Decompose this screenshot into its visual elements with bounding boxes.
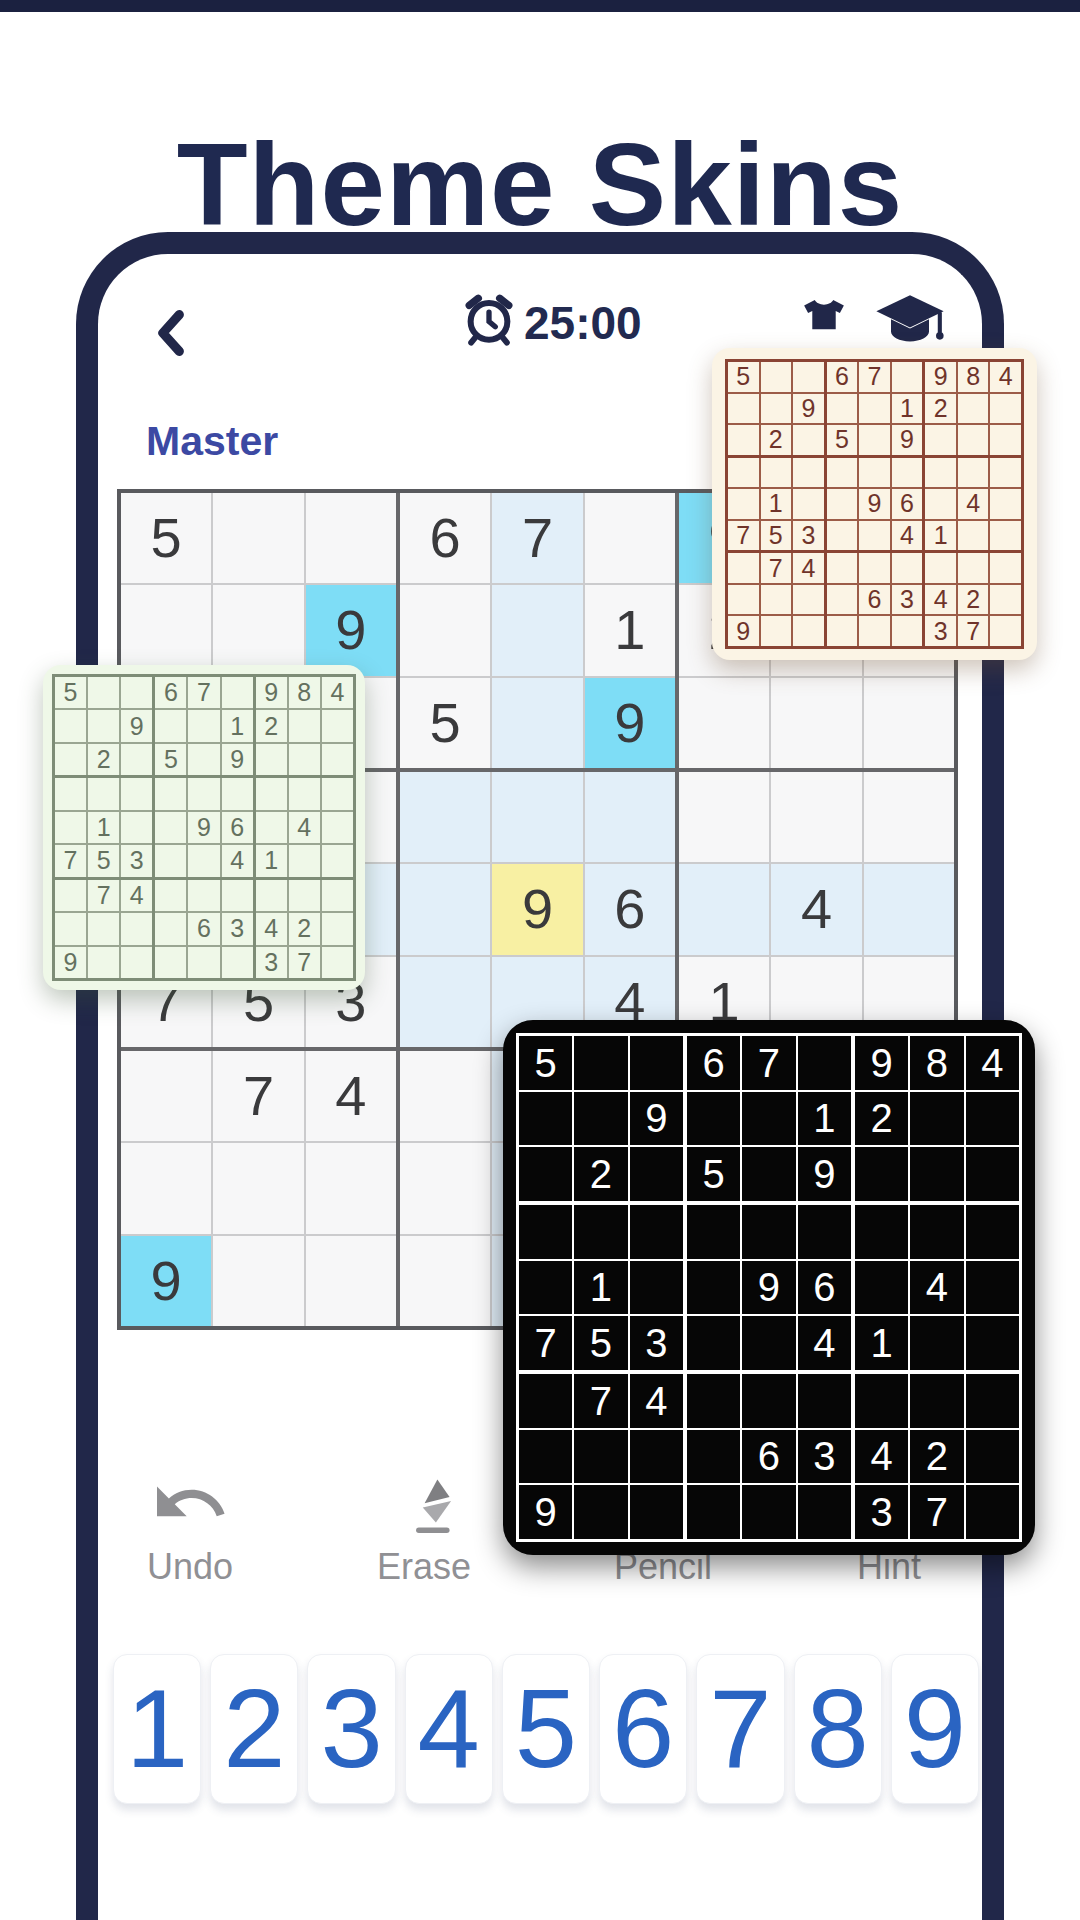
- sudoku-block: 41: [679, 772, 954, 1047]
- cell-r5c3: [121, 812, 152, 843]
- theme-card-green: 592671599842175396441749634237: [43, 665, 365, 990]
- cell-r8c1: [519, 1430, 572, 1484]
- cell-r3c3: [793, 425, 824, 455]
- cell-r6c2: 5: [88, 845, 119, 876]
- cell-r4c8: [958, 458, 989, 488]
- sudoku-block: 41: [256, 778, 353, 876]
- cell-r4c4: [687, 1205, 740, 1259]
- cell-r2c9: [966, 1092, 1019, 1146]
- cell-r8c5: 6: [742, 1430, 795, 1484]
- cell-r2c3: 9: [121, 710, 152, 741]
- cell-r7c9: [966, 1374, 1019, 1428]
- alarm-clock-icon: [460, 290, 518, 348]
- cell-r7c6: [798, 1374, 851, 1428]
- cell-r9c8: 7: [958, 616, 989, 646]
- cell-r8c5: 6: [188, 913, 219, 944]
- cell-r3c7: [925, 425, 956, 455]
- cell-r2c7: 2: [855, 1092, 908, 1146]
- cell-r6c7: 1: [855, 1316, 908, 1370]
- cell-r5c6: 6: [798, 1261, 851, 1315]
- cell-r4c7[interactable]: [679, 772, 769, 862]
- cell-r7c4: [155, 880, 186, 911]
- cell-r2c1: [55, 710, 86, 741]
- cell-r5c1: [55, 812, 86, 843]
- cell-r3c7[interactable]: [679, 678, 769, 768]
- sudoku-block: 1753: [728, 458, 824, 551]
- cell-r5c5[interactable]: 9: [492, 864, 582, 954]
- cell-r5c2: 1: [88, 812, 119, 843]
- cell-r7c6: [892, 553, 923, 583]
- erase-button[interactable]: Erase: [339, 1448, 509, 1588]
- cell-r5c7: [925, 489, 956, 519]
- cell-r7c2: 7: [88, 880, 119, 911]
- cell-r4c8[interactable]: [771, 772, 861, 862]
- cell-r1c4: 6: [155, 677, 186, 708]
- cell-r5c9: [966, 1261, 1019, 1315]
- cell-r9c1: 9: [728, 616, 759, 646]
- sudoku-block: 9842: [925, 362, 1021, 455]
- cell-r5c6: 6: [892, 489, 923, 519]
- erase-label: Erase: [377, 1546, 471, 1588]
- cell-r4c7: [256, 778, 287, 809]
- cell-r8c4: [687, 1430, 740, 1484]
- cell-r1c9: 4: [322, 677, 353, 708]
- cell-r2c2[interactable]: [213, 585, 303, 675]
- cell-r9c3[interactable]: [306, 1236, 396, 1326]
- cell-r5c9: [990, 489, 1021, 519]
- cell-r7c2[interactable]: 7: [213, 1051, 303, 1141]
- cell-r1c1[interactable]: 5: [121, 493, 211, 583]
- cell-r3c9[interactable]: [864, 678, 954, 768]
- cell-r6c5: [188, 845, 219, 876]
- cell-r1c1: 5: [55, 677, 86, 708]
- cell-r5c4: [687, 1261, 740, 1315]
- cell-r8c2: [574, 1430, 627, 1484]
- cell-r3c5[interactable]: [492, 678, 582, 768]
- cell-r6c2: 5: [574, 1316, 627, 1370]
- numpad-key-5[interactable]: 5: [502, 1654, 590, 1804]
- cell-r6c4[interactable]: [400, 957, 490, 1047]
- cell-r5c8: 4: [289, 812, 320, 843]
- sudoku-block: 964: [827, 458, 923, 551]
- cell-r4c1: [728, 458, 759, 488]
- cell-r9c1: 9: [55, 947, 86, 978]
- cell-r8c6: 3: [222, 913, 253, 944]
- cell-r7c7: [925, 553, 956, 583]
- numpad-key-2[interactable]: 2: [210, 1654, 298, 1804]
- cell-r9c2: [761, 616, 792, 646]
- cell-r4c6[interactable]: [585, 772, 675, 862]
- cell-r4c6: [892, 458, 923, 488]
- cell-r2c1: [519, 1092, 572, 1146]
- cell-r6c6: 4: [798, 1316, 851, 1370]
- sudoku-block: 4237: [855, 1374, 1019, 1539]
- cell-r7c4: [827, 553, 858, 583]
- cell-r2c9: [322, 710, 353, 741]
- cell-r6c3: 3: [630, 1316, 683, 1370]
- undo-button[interactable]: Undo: [105, 1448, 275, 1588]
- cell-r8c3[interactable]: [306, 1143, 396, 1233]
- cell-r9c2[interactable]: [213, 1236, 303, 1326]
- cell-r2c6: 1: [798, 1092, 851, 1146]
- cell-r3c8: [910, 1147, 963, 1201]
- cell-r3c3: [121, 744, 152, 775]
- cell-r2c5: [188, 710, 219, 741]
- cell-r6c8: [289, 845, 320, 876]
- cell-r2c5: [742, 1092, 795, 1146]
- cell-r1c8: 8: [289, 677, 320, 708]
- cell-r1c4[interactable]: 6: [400, 493, 490, 583]
- cell-r4c5[interactable]: [492, 772, 582, 862]
- back-button[interactable]: [150, 306, 194, 360]
- cell-r5c1: [728, 489, 759, 519]
- cell-r2c5: [859, 394, 890, 424]
- cell-r6c4: [827, 521, 858, 551]
- cell-r1c6: [798, 1036, 851, 1090]
- cell-r6c4: [687, 1316, 740, 1370]
- cell-r4c9: [966, 1205, 1019, 1259]
- cell-r3c8: [289, 744, 320, 775]
- sudoku-block: 749: [519, 1374, 683, 1539]
- cell-r4c3: [630, 1205, 683, 1259]
- cell-r1c5[interactable]: 7: [492, 493, 582, 583]
- cell-r1c3: [121, 677, 152, 708]
- cell-r4c1: [55, 778, 86, 809]
- cell-r2c2: [761, 394, 792, 424]
- timer: [460, 290, 518, 348]
- shirt-icon: [798, 298, 850, 344]
- cell-r3c1: [728, 425, 759, 455]
- cell-r9c5: [188, 947, 219, 978]
- cell-r3c6[interactable]: 9: [585, 678, 675, 768]
- sudoku-block: 592: [55, 677, 152, 775]
- cell-r7c1: [55, 880, 86, 911]
- cell-r5c9: [322, 812, 353, 843]
- cell-r1c9: 4: [966, 1036, 1019, 1090]
- cell-r6c5: [742, 1316, 795, 1370]
- cell-r1c3[interactable]: [306, 493, 396, 583]
- cell-r9c1[interactable]: 9: [121, 1236, 211, 1326]
- numpad-key-9[interactable]: 9: [891, 1654, 979, 1804]
- numpad-key-3[interactable]: 3: [307, 1654, 395, 1804]
- cell-r2c5[interactable]: [492, 585, 582, 675]
- cell-r3c5: [742, 1147, 795, 1201]
- cell-r8c1[interactable]: [121, 1143, 211, 1233]
- cell-r2c1[interactable]: [121, 585, 211, 675]
- cell-r7c1: [728, 553, 759, 583]
- graduation-cap-icon: [872, 292, 948, 354]
- sudoku-block: 63: [155, 880, 252, 978]
- cell-r5c3: [630, 1261, 683, 1315]
- cell-r8c6: 3: [892, 585, 923, 615]
- cell-r3c2: 2: [574, 1147, 627, 1201]
- cell-r9c3: [121, 947, 152, 978]
- cell-r5c8[interactable]: 4: [771, 864, 861, 954]
- cell-r9c8: 7: [289, 947, 320, 978]
- cell-r8c6: 3: [798, 1430, 851, 1484]
- cell-r8c3: [630, 1430, 683, 1484]
- cell-r8c8: 2: [958, 585, 989, 615]
- cell-r1c7: 9: [925, 362, 956, 392]
- cell-r5c4[interactable]: [400, 864, 490, 954]
- cell-r3c4: 5: [155, 744, 186, 775]
- cell-r8c2: [88, 913, 119, 944]
- cell-r1c2: [88, 677, 119, 708]
- cell-r2c3: 9: [630, 1092, 683, 1146]
- cell-r4c5: [188, 778, 219, 809]
- cell-r7c1: [519, 1374, 572, 1428]
- cell-r9c4: [155, 947, 186, 978]
- cell-r7c3[interactable]: 4: [306, 1051, 396, 1141]
- cell-r7c3: 4: [121, 880, 152, 911]
- page-title: Theme Skins: [0, 122, 1080, 250]
- cell-r1c4: 6: [687, 1036, 740, 1090]
- sudoku-board-green-skin: 592671599842175396441749634237: [52, 674, 356, 981]
- cell-r8c9: [990, 585, 1021, 615]
- cell-r5c6[interactable]: 6: [585, 864, 675, 954]
- cell-r7c4[interactable]: [400, 1051, 490, 1141]
- cell-r7c4: [687, 1374, 740, 1428]
- cell-r9c4: [827, 616, 858, 646]
- cell-r6c6: 4: [892, 521, 923, 551]
- sudoku-block: 1753: [55, 778, 152, 876]
- cell-r2c7: 2: [256, 710, 287, 741]
- numpad-key-7[interactable]: 7: [696, 1654, 784, 1804]
- cell-r6c9: [322, 845, 353, 876]
- cell-r3c8[interactable]: [771, 678, 861, 768]
- sudoku-block: 9842: [855, 1036, 1019, 1201]
- sudoku-block: 592: [728, 362, 824, 455]
- cell-r3c9: [966, 1147, 1019, 1201]
- cell-r5c7: [855, 1261, 908, 1315]
- cell-r1c9: 4: [990, 362, 1021, 392]
- cell-r2c3[interactable]: 9: [306, 585, 396, 675]
- cell-r9c2: [88, 947, 119, 978]
- cell-r2c2: [574, 1092, 627, 1146]
- cell-r4c2: [761, 458, 792, 488]
- cell-r6c1: 7: [728, 521, 759, 551]
- numpad-key-8[interactable]: 8: [794, 1654, 882, 1804]
- cell-r1c8: 8: [958, 362, 989, 392]
- cell-r8c4[interactable]: [400, 1143, 490, 1233]
- cell-r7c8: [958, 553, 989, 583]
- cell-r7c1[interactable]: [121, 1051, 211, 1141]
- cell-r4c3: [121, 778, 152, 809]
- cell-r1c7: 9: [256, 677, 287, 708]
- sudoku-block: 592: [519, 1036, 683, 1201]
- cell-r6c3: 3: [121, 845, 152, 876]
- cell-r4c7: [925, 458, 956, 488]
- cell-r5c9[interactable]: [864, 864, 954, 954]
- cell-r8c4: [155, 913, 186, 944]
- cell-r1c2: [761, 362, 792, 392]
- cell-r6c5: [859, 521, 890, 551]
- cell-r5c7: [256, 812, 287, 843]
- cell-r5c2: 1: [761, 489, 792, 519]
- sudoku-block: 63: [827, 553, 923, 646]
- cell-r1c2: [574, 1036, 627, 1090]
- cell-r2c6[interactable]: 1: [585, 585, 675, 675]
- cell-r7c2: 7: [574, 1374, 627, 1428]
- cell-r9c6: [222, 947, 253, 978]
- cell-r3c5: [859, 425, 890, 455]
- cell-r8c2: [761, 585, 792, 615]
- cell-r9c7: 3: [925, 616, 956, 646]
- cell-r4c7: [855, 1205, 908, 1259]
- sudoku-board-sepia-skin: 592671599842175396441749634237: [725, 359, 1024, 649]
- cell-r9c5: [742, 1485, 795, 1539]
- numpad-key-1[interactable]: 1: [113, 1654, 201, 1804]
- cell-r3c2: 2: [761, 425, 792, 455]
- cell-r7c9: [322, 880, 353, 911]
- cell-r7c3: 4: [793, 553, 824, 583]
- cell-r3c6: 9: [222, 744, 253, 775]
- cell-r1c7: 9: [855, 1036, 908, 1090]
- cell-r8c8: 2: [289, 913, 320, 944]
- cell-r3c1: [55, 744, 86, 775]
- cell-r9c6: [892, 616, 923, 646]
- cell-r2c4[interactable]: [400, 585, 490, 675]
- back-icon: [150, 306, 194, 360]
- cell-r6c1: 7: [55, 845, 86, 876]
- cell-r3c7: [256, 744, 287, 775]
- cell-r9c9: [322, 947, 353, 978]
- cell-r7c5: [859, 553, 890, 583]
- cell-r4c4[interactable]: [400, 772, 490, 862]
- cell-r9c4: [687, 1485, 740, 1539]
- cell-r8c9: [966, 1430, 1019, 1484]
- cell-r1c2[interactable]: [213, 493, 303, 583]
- cell-r8c1: [55, 913, 86, 944]
- cell-r3c4[interactable]: 5: [400, 678, 490, 768]
- cell-r6c9: [966, 1316, 1019, 1370]
- theme-card-sepia: 592671599842175396441749634237: [712, 348, 1037, 660]
- cell-r9c3: [630, 1485, 683, 1539]
- sudoku-block: 964: [687, 1205, 851, 1370]
- cell-r4c4: [155, 778, 186, 809]
- cell-r6c8: [910, 1316, 963, 1370]
- difficulty-label: Master: [146, 418, 278, 465]
- cell-r5c8: 4: [958, 489, 989, 519]
- cell-r7c7: [256, 880, 287, 911]
- cell-r2c8: [958, 394, 989, 424]
- theme-skins-button[interactable]: [798, 298, 850, 344]
- cell-r9c7: 3: [256, 947, 287, 978]
- cell-r6c9: [990, 521, 1021, 551]
- cell-r5c4: [827, 489, 858, 519]
- cell-r3c1: [519, 1147, 572, 1201]
- cell-r7c7: [855, 1374, 908, 1428]
- eraser-icon: [387, 1466, 461, 1536]
- cell-r1c6: [222, 677, 253, 708]
- sudoku-block: 67159: [155, 677, 252, 775]
- cell-r4c2: [574, 1205, 627, 1259]
- cell-r4c8: [910, 1205, 963, 1259]
- cell-r1c8: 8: [910, 1036, 963, 1090]
- cell-r5c7[interactable]: [679, 864, 769, 954]
- cell-r2c8: [289, 710, 320, 741]
- cell-r3c6: 9: [798, 1147, 851, 1201]
- undo-label: Undo: [147, 1546, 233, 1588]
- sudoku-block: 4237: [256, 880, 353, 978]
- cell-r2c4: [827, 394, 858, 424]
- sudoku-block: 749: [728, 553, 824, 646]
- numpad-key-4[interactable]: 4: [405, 1654, 493, 1804]
- cell-r4c6: [798, 1205, 851, 1259]
- cell-r1c5: 7: [742, 1036, 795, 1090]
- cell-r9c3: [793, 616, 824, 646]
- cell-r8c2[interactable]: [213, 1143, 303, 1233]
- cell-r4c5: [742, 1205, 795, 1259]
- cell-r5c2: 1: [574, 1261, 627, 1315]
- cell-r1c3: [793, 362, 824, 392]
- cell-r4c2: [88, 778, 119, 809]
- sudoku-block: 964: [155, 778, 252, 876]
- learning-button[interactable]: [872, 292, 948, 354]
- cell-r3c7: [855, 1147, 908, 1201]
- cell-r7c5: [742, 1374, 795, 1428]
- cell-r2c6: 1: [892, 394, 923, 424]
- cell-r3c9: [990, 425, 1021, 455]
- cell-r5c6: 6: [222, 812, 253, 843]
- sudoku-block: 964: [400, 772, 675, 1047]
- cell-r2c6: 1: [222, 710, 253, 741]
- numpad-key-6[interactable]: 6: [599, 1654, 687, 1804]
- sudoku-block: 9842: [256, 677, 353, 775]
- cell-r2c8: [910, 1092, 963, 1146]
- undo-icon: [150, 1470, 230, 1536]
- sudoku-block: 67159: [400, 493, 675, 768]
- cell-r6c6: 4: [222, 845, 253, 876]
- cell-r4c9: [990, 458, 1021, 488]
- cell-r6c1: 7: [519, 1316, 572, 1370]
- cell-r7c8: [289, 880, 320, 911]
- cell-r9c6: [798, 1485, 851, 1539]
- cell-r9c2: [574, 1485, 627, 1539]
- cell-r3c6: 9: [892, 425, 923, 455]
- cell-r9c9: [990, 616, 1021, 646]
- cell-r5c4: [155, 812, 186, 843]
- cell-r4c1: [519, 1205, 572, 1259]
- cell-r4c9[interactable]: [864, 772, 954, 862]
- cell-r3c4: 5: [827, 425, 858, 455]
- cell-r8c7: 4: [256, 913, 287, 944]
- cell-r3c3: [630, 1147, 683, 1201]
- cell-r6c4: [155, 845, 186, 876]
- cell-r1c3: [630, 1036, 683, 1090]
- cell-r6c2: 5: [761, 521, 792, 551]
- cell-r9c7: 3: [855, 1485, 908, 1539]
- cell-r3c2: 2: [88, 744, 119, 775]
- cell-r4c9: [322, 778, 353, 809]
- cell-r7c9: [990, 553, 1021, 583]
- theme-card-dark: 592671599842175396441749634237: [503, 1020, 1035, 1555]
- cell-r7c8: [910, 1374, 963, 1428]
- timer-value: 25:00: [524, 296, 642, 350]
- cell-r1c6[interactable]: [585, 493, 675, 583]
- cell-r5c3: [793, 489, 824, 519]
- cell-r8c9: [322, 913, 353, 944]
- sudoku-block: 67159: [687, 1036, 851, 1201]
- sudoku-block: 41: [855, 1205, 1019, 1370]
- cell-r9c4[interactable]: [400, 1236, 490, 1326]
- sudoku-block: 67159: [827, 362, 923, 455]
- cell-r1c6: [892, 362, 923, 392]
- cell-r8c7: 4: [925, 585, 956, 615]
- cell-r2c3: 9: [793, 394, 824, 424]
- cell-r6c3: 3: [793, 521, 824, 551]
- cell-r3c9: [322, 744, 353, 775]
